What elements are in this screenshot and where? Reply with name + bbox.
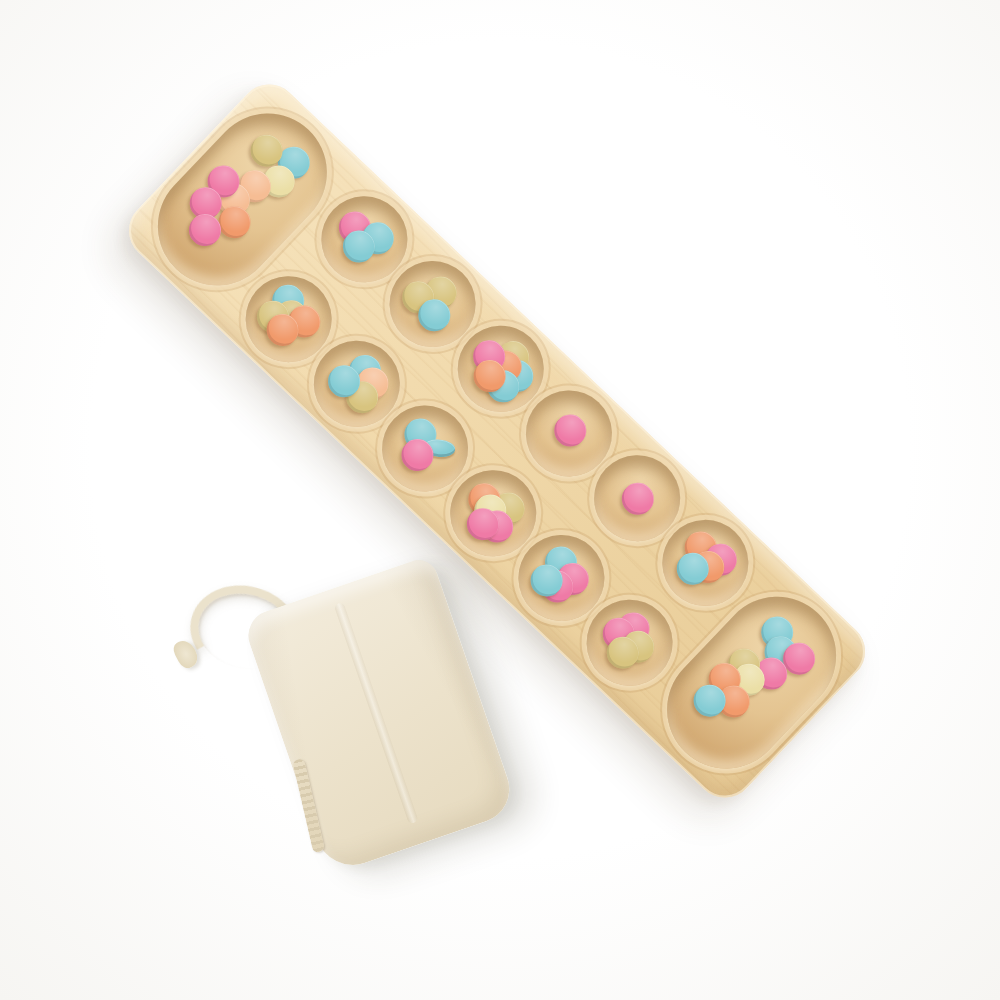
pink-disc	[615, 476, 660, 521]
mancala-board	[117, 72, 878, 810]
product-photo-scene	[0, 0, 1000, 1000]
bag-frayed-seam	[292, 758, 325, 853]
store-left[interactable]	[134, 89, 352, 309]
bag-crease	[334, 602, 419, 825]
pink-disc	[548, 408, 593, 453]
store-right[interactable]	[643, 572, 861, 792]
